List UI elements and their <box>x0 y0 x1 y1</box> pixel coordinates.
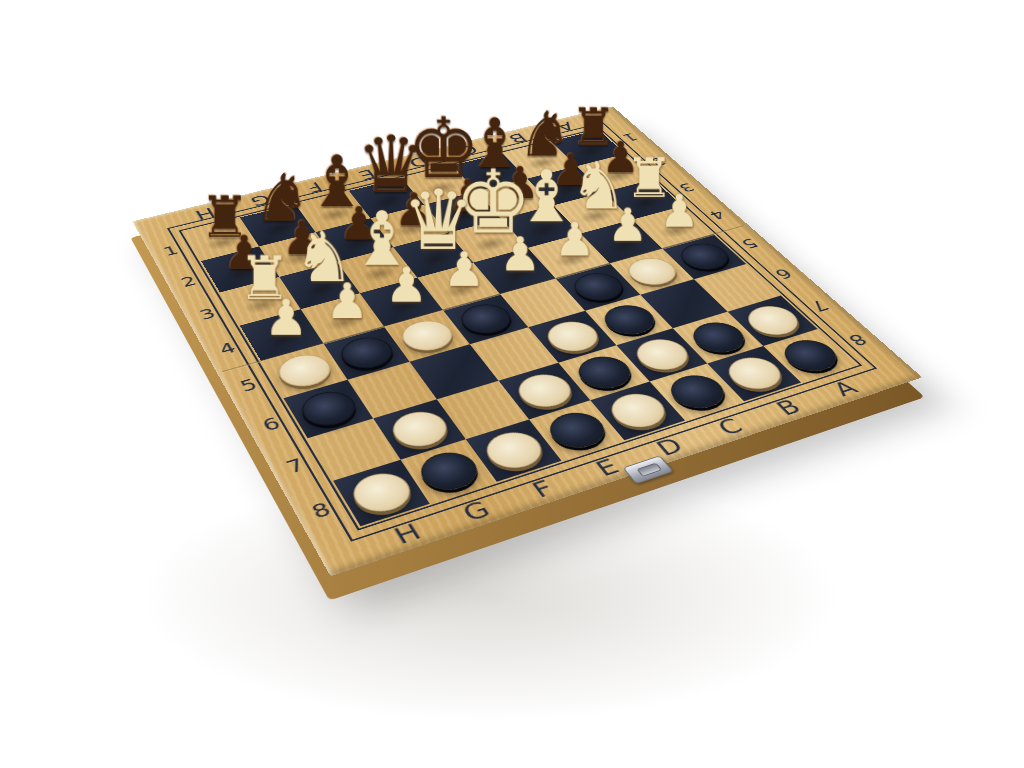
rank-label-right-4: 4 <box>700 206 734 222</box>
checker-black-B7[interactable] <box>684 318 753 358</box>
rank-label-left-1: 1 <box>154 242 188 260</box>
rank-label-left-4: 4 <box>209 339 246 360</box>
checker-white-E7[interactable] <box>510 369 580 412</box>
chess-piece-light-pawn-A4[interactable]: ♟ <box>659 188 699 233</box>
rank-label-right-5: 5 <box>731 235 767 252</box>
rank-label-right-6: 6 <box>765 264 802 282</box>
rank-label-left-2: 2 <box>171 273 206 292</box>
chess-piece-light-pawn-H4[interactable]: ♟ <box>264 292 308 342</box>
chess-piece-light-pawn-D4[interactable]: ♟ <box>499 230 541 277</box>
chess-piece-light-pawn-G4[interactable]: ♟ <box>325 276 368 325</box>
chess-piece-light-pawn-E4[interactable]: ♟ <box>443 245 485 293</box>
rank-label-right-8: 8 <box>838 329 877 350</box>
chess-piece-light-pawn-C4[interactable]: ♟ <box>554 216 595 262</box>
checker-white-B8[interactable] <box>719 352 791 394</box>
cell-A5[interactable] <box>662 234 746 279</box>
checker-black-C8[interactable] <box>661 370 733 414</box>
checker-black-C6[interactable] <box>596 301 663 340</box>
rank-label-left-8: 8 <box>300 497 343 524</box>
checker-black-G8[interactable] <box>412 447 486 496</box>
chess-piece-light-pawn-F4[interactable]: ♟ <box>385 260 428 308</box>
checker-white-A7[interactable] <box>739 301 808 340</box>
product-photo-scene: HHGGFFEEDDCCBBAA1122334455667788 ♜♞♝♛♚♝♞… <box>0 0 1024 768</box>
rank-label-right-7: 7 <box>800 296 838 315</box>
cell-D6[interactable] <box>528 311 616 363</box>
rank-label-left-6: 6 <box>252 413 292 437</box>
chess-piece-light-pawn-B4[interactable]: ♟ <box>607 202 647 248</box>
checker-white-H8[interactable] <box>345 467 419 518</box>
rank-label-left-3: 3 <box>190 305 226 325</box>
rank-label-left-5: 5 <box>230 375 268 397</box>
rank-label-left-7: 7 <box>275 454 316 479</box>
checker-black-A8[interactable] <box>775 335 846 376</box>
